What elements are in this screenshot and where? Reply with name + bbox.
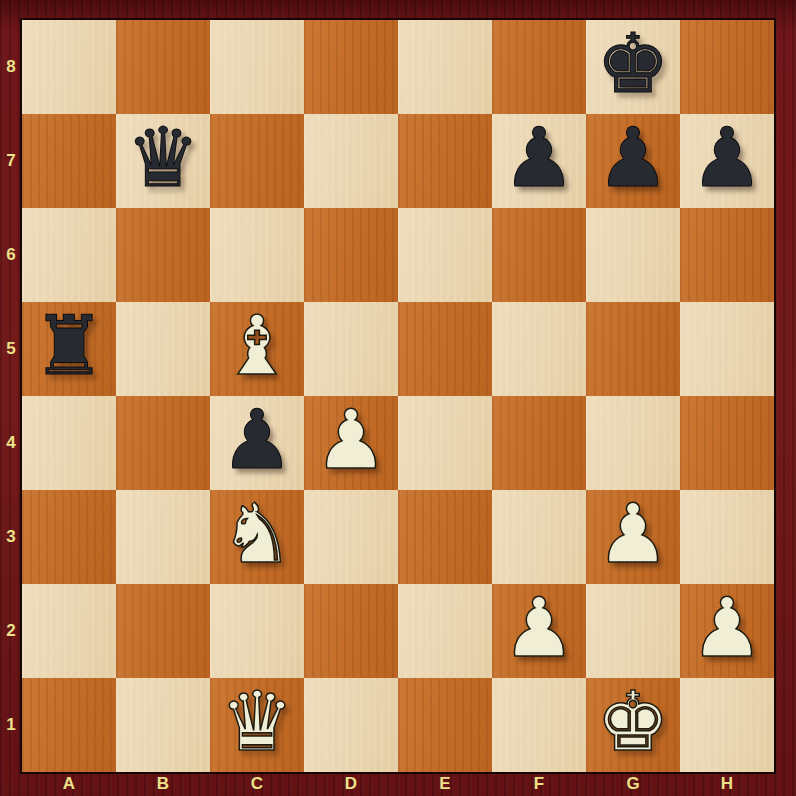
square-h8[interactable] (680, 20, 774, 114)
white-pawn[interactable]: ♟︎ (314, 399, 388, 481)
square-b1[interactable] (116, 678, 210, 772)
square-g1[interactable]: ♚︎ (586, 678, 680, 772)
square-e3[interactable] (398, 490, 492, 584)
white-bishop[interactable]: ♝︎ (220, 305, 294, 387)
square-e7[interactable] (398, 114, 492, 208)
square-c8[interactable] (210, 20, 304, 114)
square-f4[interactable] (492, 396, 586, 490)
square-h1[interactable] (680, 678, 774, 772)
square-e4[interactable] (398, 396, 492, 490)
square-e5[interactable] (398, 302, 492, 396)
square-b6[interactable] (116, 208, 210, 302)
square-c6[interactable] (210, 208, 304, 302)
rank-label-1: 1 (0, 678, 22, 772)
rank-label-3: 3 (0, 490, 22, 584)
square-a1[interactable] (22, 678, 116, 772)
square-d8[interactable] (304, 20, 398, 114)
square-d2[interactable] (304, 584, 398, 678)
square-a6[interactable] (22, 208, 116, 302)
square-h3[interactable] (680, 490, 774, 584)
black-queen[interactable]: ♛︎ (126, 117, 200, 199)
black-king[interactable]: ♚︎ (596, 23, 670, 105)
black-pawn[interactable]: ♟︎ (502, 117, 576, 199)
square-b3[interactable] (116, 490, 210, 584)
square-b5[interactable] (116, 302, 210, 396)
square-d7[interactable] (304, 114, 398, 208)
square-f2[interactable]: ♟︎ (492, 584, 586, 678)
square-g8[interactable]: ♚︎ (586, 20, 680, 114)
rank-label-2: 2 (0, 584, 22, 678)
square-a8[interactable] (22, 20, 116, 114)
square-e8[interactable] (398, 20, 492, 114)
white-pawn[interactable]: ♟︎ (502, 587, 576, 669)
square-d5[interactable] (304, 302, 398, 396)
square-c1[interactable]: ♛︎ (210, 678, 304, 772)
square-b8[interactable] (116, 20, 210, 114)
square-e2[interactable] (398, 584, 492, 678)
square-f3[interactable] (492, 490, 586, 584)
square-g4[interactable] (586, 396, 680, 490)
square-a2[interactable] (22, 584, 116, 678)
square-a4[interactable] (22, 396, 116, 490)
rank-label-7: 7 (0, 114, 22, 208)
square-h6[interactable] (680, 208, 774, 302)
black-pawn[interactable]: ♟︎ (596, 117, 670, 199)
square-d1[interactable] (304, 678, 398, 772)
board-frame: 87654321 ABCDEFGH ♚︎♛︎♟︎♟︎♟︎♜︎♝︎♟︎♟︎♞︎♟︎… (0, 0, 796, 796)
rank-label-8: 8 (0, 20, 22, 114)
square-c3[interactable]: ♞︎ (210, 490, 304, 584)
square-h7[interactable]: ♟︎ (680, 114, 774, 208)
square-b4[interactable] (116, 396, 210, 490)
square-h2[interactable]: ♟︎ (680, 584, 774, 678)
square-e6[interactable] (398, 208, 492, 302)
square-c7[interactable] (210, 114, 304, 208)
square-f7[interactable]: ♟︎ (492, 114, 586, 208)
square-g3[interactable]: ♟︎ (586, 490, 680, 584)
square-f1[interactable] (492, 678, 586, 772)
square-g7[interactable]: ♟︎ (586, 114, 680, 208)
square-g5[interactable] (586, 302, 680, 396)
file-label-d: D (304, 772, 398, 796)
square-e1[interactable] (398, 678, 492, 772)
square-a3[interactable] (22, 490, 116, 584)
file-label-c: C (210, 772, 304, 796)
white-knight[interactable]: ♞︎ (220, 493, 294, 575)
square-h4[interactable] (680, 396, 774, 490)
file-label-f: F (492, 772, 586, 796)
rank-label-4: 4 (0, 396, 22, 490)
black-pawn[interactable]: ♟︎ (220, 399, 294, 481)
square-c5[interactable]: ♝︎ (210, 302, 304, 396)
file-label-a: A (22, 772, 116, 796)
file-labels: ABCDEFGH (22, 772, 774, 796)
white-pawn[interactable]: ♟︎ (596, 493, 670, 575)
file-label-g: G (586, 772, 680, 796)
square-d6[interactable] (304, 208, 398, 302)
rank-label-6: 6 (0, 208, 22, 302)
rank-label-5: 5 (0, 302, 22, 396)
square-b7[interactable]: ♛︎ (116, 114, 210, 208)
white-pawn[interactable]: ♟︎ (690, 587, 764, 669)
black-pawn[interactable]: ♟︎ (690, 117, 764, 199)
square-c4[interactable]: ♟︎ (210, 396, 304, 490)
square-f5[interactable] (492, 302, 586, 396)
file-label-b: B (116, 772, 210, 796)
white-king[interactable]: ♚︎ (596, 681, 670, 763)
square-a7[interactable] (22, 114, 116, 208)
chess-board: ♚︎♛︎♟︎♟︎♟︎♜︎♝︎♟︎♟︎♞︎♟︎♟︎♟︎♛︎♚︎ (22, 20, 774, 772)
square-b2[interactable] (116, 584, 210, 678)
white-queen[interactable]: ♛︎ (220, 681, 294, 763)
file-label-h: H (680, 772, 774, 796)
square-d3[interactable] (304, 490, 398, 584)
rank-labels: 87654321 (0, 20, 22, 772)
square-f8[interactable] (492, 20, 586, 114)
square-a5[interactable]: ♜︎ (22, 302, 116, 396)
square-c2[interactable] (210, 584, 304, 678)
black-rook[interactable]: ♜︎ (32, 305, 106, 387)
square-d4[interactable]: ♟︎ (304, 396, 398, 490)
file-label-e: E (398, 772, 492, 796)
square-g2[interactable] (586, 584, 680, 678)
square-g6[interactable] (586, 208, 680, 302)
square-h5[interactable] (680, 302, 774, 396)
square-f6[interactable] (492, 208, 586, 302)
